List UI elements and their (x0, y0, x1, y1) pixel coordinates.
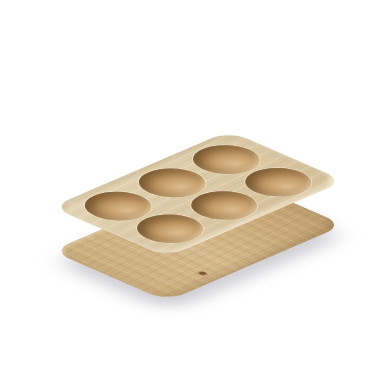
wood-knot (195, 270, 210, 276)
photo-background (0, 0, 390, 390)
